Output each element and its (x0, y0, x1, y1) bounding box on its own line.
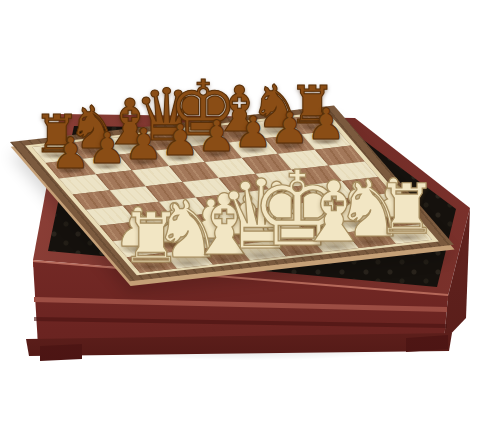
ground-shadow (28, 326, 476, 366)
chess-set-product-photo: ♜♞♝♛♚♝♞♜♟♟♟♟♟♟♟♟♟♟♟♟♟♟♟♟♜♞♝♛♚♝♞♜ (0, 0, 500, 441)
chess-board (10, 106, 454, 282)
board-grid (32, 114, 432, 272)
board-frame (25, 112, 439, 276)
